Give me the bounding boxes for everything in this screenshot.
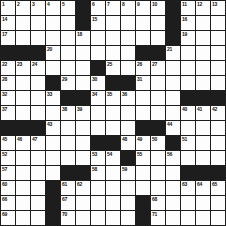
black-cell (166, 136, 180, 150)
crossword-cell[interactable] (166, 166, 180, 180)
crossword-cell[interactable] (211, 136, 225, 150)
crossword-cell[interactable] (181, 76, 195, 90)
clue-number: 3 (32, 1, 35, 7)
black-cell (166, 31, 180, 45)
clue-number: 21 (167, 46, 172, 52)
crossword-cell[interactable]: 30 (91, 76, 105, 90)
black-cell (121, 151, 135, 165)
clue-number: 40 (182, 106, 187, 112)
crossword-cell[interactable]: 68 (151, 196, 165, 210)
black-cell (76, 1, 90, 15)
black-cell (136, 196, 150, 210)
clue-number: 8 (122, 1, 125, 7)
crossword-cell[interactable] (91, 31, 105, 45)
crossword-cell[interactable] (181, 61, 195, 75)
crossword-cell[interactable] (91, 46, 105, 60)
black-cell (16, 121, 30, 135)
black-cell (91, 61, 105, 75)
crossword-cell[interactable] (121, 196, 135, 210)
crossword-cell[interactable] (196, 31, 210, 45)
crossword-cell[interactable] (106, 106, 120, 120)
crossword-cell[interactable] (61, 31, 75, 45)
crossword-cell[interactable]: 33 (46, 91, 60, 105)
crossword-cell[interactable]: 46 (16, 136, 30, 150)
crossword-cell[interactable] (106, 121, 120, 135)
crossword-cell[interactable] (196, 61, 210, 75)
crossword-cell[interactable] (136, 181, 150, 195)
clue-number: 23 (17, 61, 22, 67)
black-cell (181, 91, 195, 105)
black-cell (196, 166, 210, 180)
crossword-cell[interactable]: 41 (196, 106, 210, 120)
crossword-cell[interactable]: 31 (136, 76, 150, 90)
crossword-cell[interactable]: 37 (1, 106, 15, 120)
crossword-cell[interactable] (211, 16, 225, 30)
clue-number: 69 (2, 211, 7, 217)
crossword-cell[interactable]: 34 (91, 91, 105, 105)
crossword-cell[interactable] (31, 166, 45, 180)
crossword-cell[interactable] (211, 196, 225, 210)
clue-number: 2 (17, 1, 20, 7)
clue-number: 42 (212, 106, 217, 112)
clue-number: 6 (92, 1, 95, 7)
clue-number: 46 (17, 136, 22, 142)
crossword-cell[interactable] (31, 211, 45, 225)
crossword-cell[interactable] (31, 16, 45, 30)
crossword-cell[interactable]: 17 (1, 31, 15, 45)
crossword-cell[interactable] (76, 121, 90, 135)
black-cell (1, 46, 15, 60)
clue-number: 62 (77, 181, 82, 187)
clue-number: 38 (62, 106, 67, 112)
crossword-cell[interactable]: 60 (1, 181, 15, 195)
crossword-cell[interactable]: 47 (31, 136, 45, 150)
crossword-cell[interactable] (211, 31, 225, 45)
clue-number: 57 (2, 166, 7, 172)
crossword-cell[interactable] (16, 31, 30, 45)
crossword-cell[interactable] (196, 121, 210, 135)
crossword-cell[interactable]: 23 (16, 61, 30, 75)
crossword-cell[interactable]: 48 (121, 136, 135, 150)
crossword-cell[interactable] (196, 46, 210, 60)
black-cell (91, 136, 105, 150)
black-cell (16, 46, 30, 60)
crossword-cell[interactable]: 55 (136, 151, 150, 165)
crossword-cell[interactable] (61, 46, 75, 60)
crossword-cell[interactable] (16, 181, 30, 195)
crossword-cell[interactable] (151, 181, 165, 195)
crossword-cell[interactable] (211, 151, 225, 165)
crossword-cell[interactable]: 18 (76, 31, 90, 45)
clue-number: 41 (197, 106, 202, 112)
clue-number: 15 (92, 16, 97, 22)
crossword-cell[interactable]: 49 (136, 136, 150, 150)
crossword-cell[interactable]: 71 (151, 211, 165, 225)
black-cell (211, 91, 225, 105)
crossword-cell[interactable] (211, 61, 225, 75)
crossword-cell[interactable] (151, 166, 165, 180)
crossword-cell[interactable] (166, 181, 180, 195)
clue-number: 71 (152, 211, 157, 217)
crossword-cell[interactable]: 25 (106, 61, 120, 75)
crossword-cell[interactable]: 1 (1, 1, 15, 15)
crossword-cell[interactable] (166, 91, 180, 105)
crossword-cell[interactable]: 54 (106, 151, 120, 165)
crossword-cell[interactable] (31, 151, 45, 165)
crossword-cell[interactable] (121, 16, 135, 30)
crossword-cell[interactable]: 5 (61, 1, 75, 15)
crossword-cell[interactable]: 50 (151, 136, 165, 150)
clue-number: 43 (47, 121, 52, 127)
black-cell (136, 211, 150, 225)
clue-number: 19 (182, 31, 187, 37)
crossword-cell[interactable]: 69 (1, 211, 15, 225)
crossword-cell[interactable] (196, 196, 210, 210)
crossword-cell[interactable]: 9 (136, 1, 150, 15)
crossword-cell[interactable] (196, 16, 210, 30)
crossword-cell[interactable] (181, 46, 195, 60)
clue-number: 55 (137, 151, 142, 157)
crossword-cell[interactable]: 20 (46, 46, 60, 60)
crossword-cell[interactable] (181, 121, 195, 135)
crossword-cell[interactable] (16, 196, 30, 210)
crossword-cell[interactable] (46, 16, 60, 30)
crossword-cell[interactable] (76, 76, 90, 90)
crossword-cell[interactable] (106, 31, 120, 45)
crossword-cell[interactable] (121, 46, 135, 60)
black-cell (76, 166, 90, 180)
crossword-cell[interactable] (31, 91, 45, 105)
clue-number: 48 (122, 136, 127, 142)
clue-number: 36 (122, 91, 127, 97)
crossword-cell[interactable] (136, 166, 150, 180)
crossword-cell[interactable] (181, 151, 195, 165)
crossword-cell[interactable]: 14 (1, 16, 15, 30)
crossword-cell[interactable]: 65 (211, 181, 225, 195)
black-cell (196, 91, 210, 105)
crossword-grid: 1234567891011121314151617181920212223242… (0, 0, 226, 226)
black-cell (166, 16, 180, 30)
crossword-cell[interactable]: 43 (46, 121, 60, 135)
crossword-cell[interactable] (136, 106, 150, 120)
black-cell (121, 76, 135, 90)
crossword-cell[interactable]: 52 (1, 151, 15, 165)
crossword-cell[interactable]: 64 (196, 181, 210, 195)
black-cell (31, 121, 45, 135)
crossword-cell[interactable] (91, 196, 105, 210)
black-cell (1, 121, 15, 135)
crossword-cell[interactable] (61, 151, 75, 165)
crossword-cell[interactable]: 10 (151, 1, 165, 15)
black-cell (136, 46, 150, 60)
crossword-cell[interactable]: 42 (211, 106, 225, 120)
black-cell (46, 76, 60, 90)
crossword-cell[interactable] (31, 106, 45, 120)
crossword-cell[interactable] (121, 211, 135, 225)
crossword-cell[interactable]: 40 (181, 106, 195, 120)
crossword-cell[interactable] (196, 76, 210, 90)
crossword-cell[interactable] (46, 106, 60, 120)
clue-number: 67 (62, 196, 67, 202)
crossword-cell[interactable] (31, 196, 45, 210)
crossword-cell[interactable]: 36 (121, 91, 135, 105)
crossword-cell[interactable] (151, 151, 165, 165)
crossword-cell[interactable]: 3 (31, 1, 45, 15)
crossword-cell[interactable]: 39 (76, 106, 90, 120)
crossword-cell[interactable]: 62 (76, 181, 90, 195)
black-cell (76, 16, 90, 30)
crossword-cell[interactable] (16, 211, 30, 225)
crossword-cell[interactable] (16, 16, 30, 30)
clue-number: 11 (182, 1, 187, 7)
crossword-cell[interactable] (181, 211, 195, 225)
crossword-cell[interactable] (46, 31, 60, 45)
crossword-cell[interactable] (106, 181, 120, 195)
black-cell (61, 91, 75, 105)
crossword-cell[interactable] (16, 106, 30, 120)
crossword-cell[interactable] (106, 211, 120, 225)
crossword-cell[interactable]: 11 (181, 1, 195, 15)
crossword-cell[interactable] (151, 106, 165, 120)
crossword-cell[interactable]: 26 (136, 61, 150, 75)
crossword-cell[interactable] (211, 46, 225, 60)
crossword-cell[interactable] (91, 211, 105, 225)
crossword-cell[interactable] (76, 211, 90, 225)
black-cell (31, 46, 45, 60)
crossword-cell[interactable] (61, 16, 75, 30)
clue-number: 49 (137, 136, 142, 142)
crossword-cell[interactable]: 66 (1, 196, 15, 210)
clue-number: 59 (122, 166, 127, 172)
clue-number: 28 (2, 76, 7, 82)
crossword-cell[interactable] (211, 76, 225, 90)
crossword-cell[interactable] (76, 46, 90, 60)
crossword-cell[interactable]: 70 (61, 211, 75, 225)
crossword-cell[interactable] (136, 16, 150, 30)
crossword-cell[interactable] (76, 136, 90, 150)
crossword-cell[interactable] (76, 151, 90, 165)
black-cell (181, 166, 195, 180)
crossword-cell[interactable] (151, 16, 165, 30)
crossword-cell[interactable] (31, 76, 45, 90)
crossword-cell[interactable]: 38 (61, 106, 75, 120)
crossword-cell[interactable] (16, 151, 30, 165)
black-cell (106, 76, 120, 90)
black-cell (151, 46, 165, 60)
crossword-cell[interactable] (136, 91, 150, 105)
crossword-cell[interactable] (61, 61, 75, 75)
crossword-cell[interactable]: 63 (181, 181, 195, 195)
clue-number: 52 (2, 151, 7, 157)
clue-number: 17 (2, 31, 7, 37)
crossword-cell[interactable] (136, 31, 150, 45)
crossword-cell[interactable] (121, 121, 135, 135)
black-cell (166, 1, 180, 15)
black-cell (46, 211, 60, 225)
crossword-cell[interactable] (166, 196, 180, 210)
crossword-cell[interactable] (196, 151, 210, 165)
clue-number: 25 (107, 61, 112, 67)
crossword-cell[interactable] (151, 31, 165, 45)
crossword-cell[interactable]: 6 (91, 1, 105, 15)
crossword-cell[interactable] (211, 121, 225, 135)
clue-number: 70 (62, 211, 67, 217)
crossword-cell[interactable] (196, 211, 210, 225)
crossword-cell[interactable]: 27 (151, 61, 165, 75)
crossword-cell[interactable] (166, 106, 180, 120)
clue-number: 44 (167, 121, 172, 127)
crossword-cell[interactable]: 15 (91, 16, 105, 30)
crossword-cell[interactable] (151, 91, 165, 105)
crossword-cell[interactable]: 4 (46, 1, 60, 15)
clue-number: 27 (152, 61, 157, 67)
crossword-cell[interactable] (91, 121, 105, 135)
crossword-cell[interactable]: 45 (1, 136, 15, 150)
crossword-cell[interactable]: 32 (1, 91, 15, 105)
crossword-cell[interactable]: 56 (166, 151, 180, 165)
crossword-cell[interactable]: 13 (211, 1, 225, 15)
clue-number: 4 (47, 1, 50, 7)
clue-number: 63 (182, 181, 187, 187)
crossword-cell[interactable] (181, 196, 195, 210)
crossword-cell[interactable] (91, 106, 105, 120)
black-cell (136, 121, 150, 135)
crossword-cell[interactable]: 22 (1, 61, 15, 75)
crossword-cell[interactable] (166, 211, 180, 225)
clue-number: 45 (2, 136, 7, 142)
crossword-cell[interactable] (196, 136, 210, 150)
crossword-cell[interactable]: 53 (91, 151, 105, 165)
crossword-cell[interactable]: 67 (61, 196, 75, 210)
clue-number: 1 (2, 1, 5, 7)
crossword-cell[interactable]: 35 (106, 91, 120, 105)
clue-number: 64 (197, 181, 202, 187)
clue-number: 66 (2, 196, 7, 202)
clue-number: 32 (2, 91, 7, 97)
black-cell (46, 196, 60, 210)
crossword-cell[interactable] (76, 61, 90, 75)
crossword-cell[interactable]: 24 (31, 61, 45, 75)
crossword-cell[interactable] (46, 166, 60, 180)
crossword-cell[interactable] (61, 121, 75, 135)
black-cell (211, 166, 225, 180)
black-cell (76, 91, 90, 105)
clue-number: 26 (137, 61, 142, 67)
crossword-cell[interactable]: 19 (181, 31, 195, 45)
clue-number: 5 (62, 1, 65, 7)
crossword-cell[interactable]: 28 (1, 76, 15, 90)
crossword-cell[interactable] (46, 61, 60, 75)
clue-number: 53 (92, 151, 97, 157)
crossword-cell[interactable] (211, 211, 225, 225)
crossword-cell[interactable] (76, 196, 90, 210)
crossword-cell[interactable] (16, 76, 30, 90)
clue-number: 14 (2, 16, 7, 22)
crossword-cell[interactable]: 7 (106, 1, 120, 15)
black-cell (61, 166, 75, 180)
crossword-cell[interactable] (151, 76, 165, 90)
crossword-cell[interactable] (46, 136, 60, 150)
clue-number: 31 (137, 76, 142, 82)
clue-number: 16 (182, 16, 187, 22)
clue-number: 20 (47, 46, 52, 52)
crossword-cell[interactable]: 21 (166, 46, 180, 60)
crossword-cell[interactable] (16, 91, 30, 105)
clue-number: 29 (62, 76, 67, 82)
clue-number: 24 (32, 61, 37, 67)
crossword-cell[interactable]: 58 (91, 166, 105, 180)
clue-number: 18 (77, 31, 82, 37)
crossword-cell[interactable] (166, 61, 180, 75)
crossword-cell[interactable] (106, 46, 120, 60)
clue-number: 60 (2, 181, 7, 187)
crossword-cell[interactable]: 29 (61, 76, 75, 90)
clue-number: 39 (77, 106, 82, 112)
clue-number: 30 (92, 76, 97, 82)
crossword-cell[interactable]: 8 (121, 1, 135, 15)
clue-number: 22 (2, 61, 7, 67)
clue-number: 9 (137, 1, 140, 7)
crossword-cell[interactable]: 51 (181, 136, 195, 150)
clue-number: 35 (107, 91, 112, 97)
clue-number: 13 (212, 1, 217, 7)
crossword-cell[interactable] (91, 181, 105, 195)
clue-number: 33 (47, 91, 52, 97)
crossword-cell[interactable]: 44 (166, 121, 180, 135)
crossword-cell[interactable]: 16 (181, 16, 195, 30)
clue-number: 47 (32, 136, 37, 142)
crossword-cell[interactable] (31, 31, 45, 45)
crossword-cell[interactable] (106, 196, 120, 210)
crossword-cell[interactable] (121, 31, 135, 45)
crossword-cell[interactable]: 59 (121, 166, 135, 180)
crossword-cell[interactable] (61, 136, 75, 150)
clue-number: 7 (107, 1, 110, 7)
clue-number: 50 (152, 136, 157, 142)
crossword-cell[interactable] (46, 151, 60, 165)
clue-number: 37 (2, 106, 7, 112)
crossword-cell[interactable] (31, 181, 45, 195)
crossword-cell[interactable]: 57 (1, 166, 15, 180)
crossword-cell[interactable]: 12 (196, 1, 210, 15)
black-cell (151, 121, 165, 135)
clue-number: 12 (197, 1, 202, 7)
crossword-cell[interactable] (121, 106, 135, 120)
clue-number: 65 (212, 181, 217, 187)
crossword-cell[interactable] (121, 61, 135, 75)
crossword-cell[interactable]: 61 (61, 181, 75, 195)
clue-number: 10 (152, 1, 157, 7)
crossword-cell[interactable]: 2 (16, 1, 30, 15)
black-cell (46, 181, 60, 195)
clue-number: 34 (92, 91, 97, 97)
clue-number: 54 (107, 151, 112, 157)
black-cell (106, 136, 120, 150)
clue-number: 51 (182, 136, 187, 142)
clue-number: 61 (62, 181, 67, 187)
clue-number: 56 (167, 151, 172, 157)
clue-number: 58 (92, 166, 97, 172)
crossword-cell[interactable] (121, 181, 135, 195)
crossword-cell[interactable] (106, 16, 120, 30)
crossword-cell[interactable] (16, 166, 30, 180)
clue-number: 68 (152, 196, 157, 202)
crossword-cell[interactable] (106, 166, 120, 180)
crossword-cell[interactable] (166, 76, 180, 90)
